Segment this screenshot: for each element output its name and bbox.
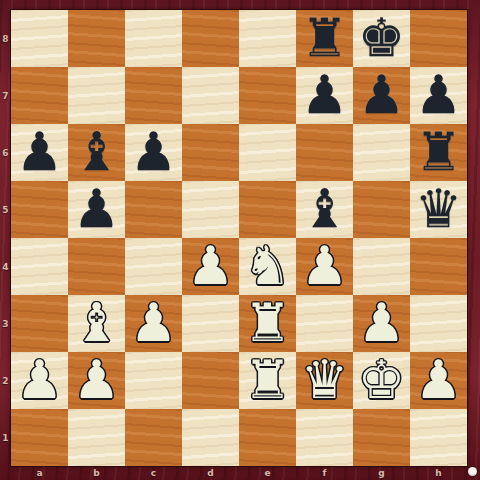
- rank-labels: 87654321: [0, 10, 11, 466]
- rank-label-3: 3: [0, 295, 11, 352]
- black-pawn[interactable]: ♟: [301, 66, 349, 123]
- square-h5[interactable]: ♛: [410, 181, 467, 238]
- square-c6[interactable]: ♟: [125, 124, 182, 181]
- board: ♜♚♟♟♟♟♝♟♜♟♝♛♟♞♟♝♟♜♟♟♟♜♛♚♟: [11, 10, 467, 466]
- square-g1[interactable]: [353, 409, 410, 466]
- square-b1[interactable]: [68, 409, 125, 466]
- square-f8[interactable]: ♜: [296, 10, 353, 67]
- white-pawn[interactable]: ♟: [73, 351, 121, 408]
- square-a2[interactable]: ♟: [11, 352, 68, 409]
- square-a7[interactable]: [11, 67, 68, 124]
- file-label-c: c: [125, 466, 182, 480]
- file-label-f: f: [296, 466, 353, 480]
- square-g3[interactable]: ♟: [353, 295, 410, 352]
- rank-label-2: 2: [0, 352, 11, 409]
- rank-label-4: 4: [0, 238, 11, 295]
- black-rook[interactable]: ♜: [301, 9, 349, 66]
- square-e5[interactable]: [239, 181, 296, 238]
- square-b2[interactable]: ♟: [68, 352, 125, 409]
- square-e2[interactable]: ♜: [239, 352, 296, 409]
- white-pawn[interactable]: ♟: [16, 351, 64, 408]
- white-king[interactable]: ♚: [358, 351, 406, 408]
- square-a5[interactable]: [11, 181, 68, 238]
- square-f2[interactable]: ♛: [296, 352, 353, 409]
- square-c7[interactable]: [125, 67, 182, 124]
- white-pawn[interactable]: ♟: [130, 294, 178, 351]
- square-d1[interactable]: [182, 409, 239, 466]
- file-labels: abcdefgh: [11, 466, 467, 480]
- square-g7[interactable]: ♟: [353, 67, 410, 124]
- square-e8[interactable]: [239, 10, 296, 67]
- white-rook[interactable]: ♜: [244, 294, 292, 351]
- square-d7[interactable]: [182, 67, 239, 124]
- square-b6[interactable]: ♝: [68, 124, 125, 181]
- square-a1[interactable]: [11, 409, 68, 466]
- rank-label-7: 7: [0, 67, 11, 124]
- file-label-e: e: [239, 466, 296, 480]
- square-c3[interactable]: ♟: [125, 295, 182, 352]
- black-pawn[interactable]: ♟: [73, 180, 121, 237]
- square-f1[interactable]: [296, 409, 353, 466]
- square-h1[interactable]: [410, 409, 467, 466]
- square-h8[interactable]: [410, 10, 467, 67]
- white-pawn[interactable]: ♟: [415, 351, 463, 408]
- square-a8[interactable]: [11, 10, 68, 67]
- square-h7[interactable]: ♟: [410, 67, 467, 124]
- square-h2[interactable]: ♟: [410, 352, 467, 409]
- black-pawn[interactable]: ♟: [16, 123, 64, 180]
- white-to-move-indicator: [468, 467, 477, 476]
- white-rook[interactable]: ♜: [244, 351, 292, 408]
- chessboard-frame: 87654321 abcdefgh ♜♚♟♟♟♟♝♟♜♟♝♛♟♞♟♝♟♜♟♟♟♜…: [0, 0, 480, 480]
- square-d3[interactable]: [182, 295, 239, 352]
- white-knight[interactable]: ♞: [244, 237, 292, 294]
- square-g8[interactable]: ♚: [353, 10, 410, 67]
- square-c4[interactable]: [125, 238, 182, 295]
- file-label-a: a: [11, 466, 68, 480]
- square-h6[interactable]: ♜: [410, 124, 467, 181]
- black-queen[interactable]: ♛: [415, 180, 463, 237]
- square-c2[interactable]: [125, 352, 182, 409]
- white-queen[interactable]: ♛: [301, 351, 349, 408]
- square-c8[interactable]: [125, 10, 182, 67]
- square-f4[interactable]: ♟: [296, 238, 353, 295]
- white-bishop[interactable]: ♝: [73, 294, 121, 351]
- square-d2[interactable]: [182, 352, 239, 409]
- square-e4[interactable]: ♞: [239, 238, 296, 295]
- white-pawn[interactable]: ♟: [187, 237, 235, 294]
- black-pawn[interactable]: ♟: [415, 66, 463, 123]
- square-f6[interactable]: [296, 124, 353, 181]
- black-bishop[interactable]: ♝: [73, 123, 121, 180]
- square-a6[interactable]: ♟: [11, 124, 68, 181]
- square-e7[interactable]: [239, 67, 296, 124]
- square-d4[interactable]: ♟: [182, 238, 239, 295]
- black-pawn[interactable]: ♟: [358, 66, 406, 123]
- square-d5[interactable]: [182, 181, 239, 238]
- file-label-g: g: [353, 466, 410, 480]
- square-c1[interactable]: [125, 409, 182, 466]
- square-a3[interactable]: [11, 295, 68, 352]
- square-b8[interactable]: [68, 10, 125, 67]
- square-b7[interactable]: [68, 67, 125, 124]
- rank-label-8: 8: [0, 10, 11, 67]
- square-d8[interactable]: [182, 10, 239, 67]
- black-bishop[interactable]: ♝: [301, 180, 349, 237]
- file-label-h: h: [410, 466, 467, 480]
- square-c5[interactable]: [125, 181, 182, 238]
- square-e3[interactable]: ♜: [239, 295, 296, 352]
- square-b3[interactable]: ♝: [68, 295, 125, 352]
- square-f7[interactable]: ♟: [296, 67, 353, 124]
- black-rook[interactable]: ♜: [415, 123, 463, 180]
- square-a4[interactable]: [11, 238, 68, 295]
- square-g5[interactable]: [353, 181, 410, 238]
- square-f3[interactable]: [296, 295, 353, 352]
- square-b5[interactable]: ♟: [68, 181, 125, 238]
- square-h4[interactable]: [410, 238, 467, 295]
- rank-label-1: 1: [0, 409, 11, 466]
- file-label-b: b: [68, 466, 125, 480]
- square-g6[interactable]: [353, 124, 410, 181]
- white-pawn[interactable]: ♟: [301, 237, 349, 294]
- rank-label-5: 5: [0, 181, 11, 238]
- square-h3[interactable]: [410, 295, 467, 352]
- square-d6[interactable]: [182, 124, 239, 181]
- rank-label-6: 6: [0, 124, 11, 181]
- square-g4[interactable]: [353, 238, 410, 295]
- square-b4[interactable]: [68, 238, 125, 295]
- black-pawn[interactable]: ♟: [130, 123, 178, 180]
- white-pawn[interactable]: ♟: [358, 294, 406, 351]
- black-king[interactable]: ♚: [358, 9, 406, 66]
- square-g2[interactable]: ♚: [353, 352, 410, 409]
- square-e6[interactable]: [239, 124, 296, 181]
- file-label-d: d: [182, 466, 239, 480]
- square-f5[interactable]: ♝: [296, 181, 353, 238]
- square-e1[interactable]: [239, 409, 296, 466]
